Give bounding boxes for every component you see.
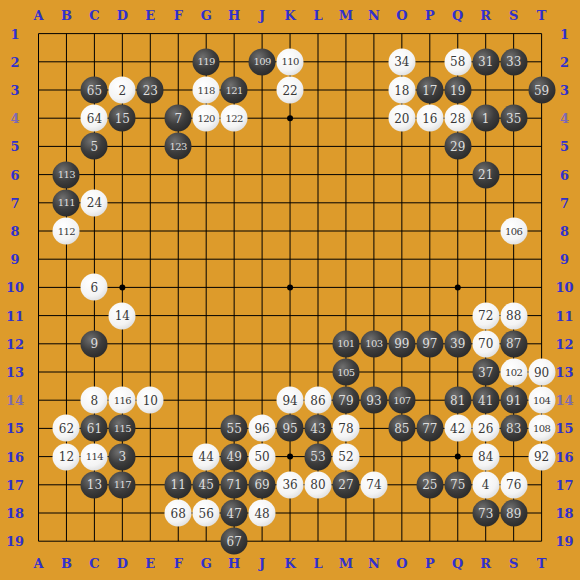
stone-white-k14: 94 [277, 387, 304, 414]
move-number: 29 [450, 140, 465, 152]
row-label-right-15: 15 [555, 421, 573, 436]
stone-white-t13: 90 [528, 359, 555, 386]
stone-white-g3: 118 [193, 77, 220, 104]
stone-black-o12: 99 [388, 330, 415, 357]
row-label-right-3: 3 [560, 83, 569, 98]
row-label-left-16: 16 [6, 449, 24, 464]
move-number: 4 [482, 479, 490, 491]
move-number: 93 [366, 394, 381, 406]
stone-black-s4: 35 [500, 105, 527, 132]
col-label-top-o: O [396, 8, 407, 23]
move-number: 89 [506, 507, 521, 519]
move-number: 14 [115, 310, 130, 322]
row-label-left-2: 2 [10, 54, 19, 69]
row-label-left-17: 17 [6, 477, 24, 492]
move-number: 90 [534, 366, 549, 378]
stone-white-l17: 80 [305, 471, 332, 498]
star-point [119, 284, 125, 290]
stone-white-t15: 108 [528, 415, 555, 442]
move-number: 47 [227, 507, 242, 519]
stone-white-s8: 106 [500, 218, 527, 245]
row-label-right-16: 16 [555, 449, 573, 464]
row-label-right-10: 10 [555, 280, 573, 295]
move-number: 48 [254, 507, 269, 519]
stone-black-f17: 11 [165, 471, 192, 498]
row-label-left-11: 11 [6, 308, 24, 323]
col-label-top-h: H [228, 8, 240, 23]
star-point [455, 284, 461, 290]
move-number: 121 [225, 85, 242, 95]
row-label-right-9: 9 [560, 252, 569, 267]
stone-white-e14: 10 [137, 387, 164, 414]
move-number: 59 [534, 84, 549, 96]
col-label-top-m: M [339, 8, 353, 23]
col-label-bottom-e: E [145, 555, 155, 570]
move-number: 52 [338, 451, 353, 463]
stone-black-j2: 109 [249, 48, 276, 75]
move-number: 64 [87, 112, 102, 124]
stone-white-j18: 48 [249, 500, 276, 527]
col-label-top-d: D [117, 8, 128, 23]
move-number: 19 [450, 84, 465, 96]
move-number: 70 [478, 338, 493, 350]
move-number: 110 [281, 57, 298, 67]
stone-black-s14: 91 [500, 387, 527, 414]
stone-black-e3: 23 [137, 77, 164, 104]
move-number: 31 [478, 56, 493, 68]
move-number: 61 [87, 422, 102, 434]
stone-black-h17: 71 [221, 471, 248, 498]
stone-white-k17: 36 [277, 471, 304, 498]
move-number: 78 [338, 422, 353, 434]
stone-white-c7: 24 [81, 189, 108, 216]
stone-black-r13: 37 [472, 359, 499, 386]
stone-black-g17: 45 [193, 471, 220, 498]
move-number: 39 [450, 338, 465, 350]
col-label-bottom-f: F [174, 555, 183, 570]
move-number: 118 [198, 85, 215, 95]
stone-black-o15: 85 [388, 415, 415, 442]
move-number: 105 [337, 367, 354, 377]
stone-white-k2: 110 [277, 48, 304, 75]
stone-black-q14: 81 [444, 387, 471, 414]
col-label-top-b: B [61, 8, 72, 23]
stone-black-q12: 39 [444, 330, 471, 357]
move-number: 1 [482, 112, 490, 124]
move-number: 11 [171, 479, 186, 491]
row-label-left-6: 6 [10, 167, 19, 182]
row-label-left-15: 15 [6, 421, 24, 436]
stone-black-p17: 25 [416, 471, 443, 498]
row-label-left-19: 19 [6, 534, 24, 549]
col-label-top-p: P [425, 8, 435, 23]
stone-black-j17: 69 [249, 471, 276, 498]
move-number: 65 [87, 84, 102, 96]
col-label-bottom-r: R [480, 555, 491, 570]
row-label-left-9: 9 [10, 252, 19, 267]
move-number: 72 [478, 310, 493, 322]
stone-white-d11: 14 [109, 302, 136, 329]
move-number: 44 [199, 451, 214, 463]
move-number: 50 [254, 451, 269, 463]
star-point [455, 454, 461, 460]
col-label-bottom-k: K [284, 555, 295, 570]
col-label-bottom-n: N [368, 555, 380, 570]
move-number: 3 [119, 451, 127, 463]
row-label-left-8: 8 [10, 224, 19, 239]
row-label-left-4: 4 [10, 111, 19, 126]
move-number: 68 [171, 507, 186, 519]
stone-black-c3: 65 [81, 77, 108, 104]
row-label-left-1: 1 [10, 26, 19, 41]
stone-black-g2: 119 [193, 48, 220, 75]
stone-black-c17: 13 [81, 471, 108, 498]
stone-black-l15: 43 [305, 415, 332, 442]
stone-black-p3: 17 [416, 77, 443, 104]
stone-black-b7: 111 [53, 189, 80, 216]
col-label-top-r: R [480, 8, 491, 23]
move-number: 43 [310, 422, 325, 434]
stone-black-h3: 121 [221, 77, 248, 104]
stone-black-h18: 47 [221, 500, 248, 527]
move-number: 113 [58, 170, 75, 180]
move-number: 116 [114, 395, 131, 405]
col-label-bottom-b: B [61, 555, 72, 570]
row-label-left-12: 12 [6, 336, 24, 351]
move-number: 22 [282, 84, 297, 96]
stone-black-t3: 59 [528, 77, 555, 104]
move-number: 7 [174, 112, 182, 124]
move-number: 104 [533, 395, 550, 405]
stone-white-p4: 16 [416, 105, 443, 132]
stone-white-r16: 84 [472, 443, 499, 470]
row-label-left-10: 10 [6, 280, 24, 295]
stone-black-d4: 15 [109, 105, 136, 132]
move-number: 33 [506, 56, 521, 68]
stone-white-r17: 4 [472, 471, 499, 498]
move-number: 35 [506, 112, 521, 124]
move-number: 109 [253, 57, 270, 67]
stone-black-q3: 19 [444, 77, 471, 104]
stone-black-q5: 29 [444, 133, 471, 160]
move-number: 62 [59, 422, 74, 434]
move-number: 117 [114, 480, 131, 490]
stone-white-o4: 20 [388, 105, 415, 132]
move-number: 10 [143, 394, 158, 406]
row-label-right-18: 18 [555, 506, 573, 521]
move-number: 13 [87, 479, 102, 491]
move-number: 17 [422, 84, 437, 96]
stone-black-m17: 27 [332, 471, 359, 498]
move-number: 95 [282, 422, 297, 434]
stone-black-d17: 117 [109, 471, 136, 498]
col-label-top-n: N [368, 8, 380, 23]
move-number: 79 [338, 394, 353, 406]
stone-black-n14: 93 [360, 387, 387, 414]
stone-black-r14: 41 [472, 387, 499, 414]
move-number: 58 [450, 56, 465, 68]
col-label-top-j: J [259, 8, 265, 23]
col-label-bottom-m: M [339, 555, 353, 570]
stone-black-r4: 1 [472, 105, 499, 132]
move-number: 45 [199, 479, 214, 491]
move-number: 77 [422, 422, 437, 434]
move-number: 85 [394, 422, 409, 434]
move-number: 23 [143, 84, 158, 96]
stone-black-c5: 5 [81, 133, 108, 160]
col-label-bottom-s: S [509, 555, 518, 570]
move-number: 20 [394, 112, 409, 124]
move-number: 28 [450, 112, 465, 124]
stone-black-h19: 67 [221, 528, 248, 555]
move-number: 75 [450, 479, 465, 491]
star-point [287, 454, 293, 460]
move-number: 24 [87, 197, 102, 209]
row-label-right-7: 7 [560, 195, 569, 210]
move-number: 122 [225, 113, 242, 123]
row-label-right-2: 2 [560, 54, 569, 69]
move-number: 123 [170, 141, 187, 151]
col-label-top-q: Q [452, 8, 463, 23]
move-number: 87 [506, 338, 521, 350]
col-label-top-a: A [33, 8, 43, 23]
move-number: 55 [227, 422, 242, 434]
stone-white-d14: 116 [109, 387, 136, 414]
move-number: 25 [422, 479, 437, 491]
stone-black-d16: 3 [109, 443, 136, 470]
row-label-right-17: 17 [555, 477, 573, 492]
stone-black-n12: 103 [360, 330, 387, 357]
row-label-right-14: 14 [555, 393, 573, 408]
col-label-bottom-t: T [537, 555, 547, 570]
stone-white-o2: 34 [388, 48, 415, 75]
move-number: 115 [114, 423, 131, 433]
move-number: 53 [310, 451, 325, 463]
move-number: 106 [505, 226, 522, 236]
move-number: 112 [58, 226, 75, 236]
col-label-bottom-g: G [201, 555, 212, 570]
move-number: 84 [478, 451, 493, 463]
move-number: 6 [91, 281, 99, 293]
stone-white-q2: 58 [444, 48, 471, 75]
stone-white-s17: 76 [500, 471, 527, 498]
move-number: 99 [394, 338, 409, 350]
stone-white-g18: 56 [193, 500, 220, 527]
stone-white-c10: 6 [81, 274, 108, 301]
col-label-top-e: E [145, 8, 155, 23]
stone-white-c16: 114 [81, 443, 108, 470]
stone-black-r2: 31 [472, 48, 499, 75]
move-number: 73 [478, 507, 493, 519]
move-number: 26 [478, 422, 493, 434]
move-number: 69 [254, 479, 269, 491]
star-point [287, 284, 293, 290]
stone-black-l16: 53 [305, 443, 332, 470]
row-label-right-19: 19 [555, 534, 573, 549]
stone-black-c15: 61 [81, 415, 108, 442]
stone-white-c14: 8 [81, 387, 108, 414]
move-number: 94 [282, 394, 297, 406]
stone-white-c4: 64 [81, 105, 108, 132]
stone-white-k3: 22 [277, 77, 304, 104]
move-number: 103 [365, 339, 382, 349]
stone-white-q4: 28 [444, 105, 471, 132]
stone-black-b6: 113 [53, 161, 80, 188]
move-number: 101 [337, 339, 354, 349]
move-number: 16 [422, 112, 437, 124]
stone-white-m15: 78 [332, 415, 359, 442]
move-number: 102 [505, 367, 522, 377]
move-number: 108 [533, 423, 550, 433]
stone-white-r11: 72 [472, 302, 499, 329]
col-label-bottom-a: A [33, 555, 43, 570]
move-number: 49 [227, 451, 242, 463]
stone-black-m14: 79 [332, 387, 359, 414]
stone-black-s15: 83 [500, 415, 527, 442]
row-label-right-12: 12 [555, 336, 573, 351]
stone-white-l14: 86 [305, 387, 332, 414]
move-number: 71 [227, 479, 242, 491]
move-number: 97 [422, 338, 437, 350]
col-label-top-t: T [537, 8, 547, 23]
move-number: 74 [366, 479, 381, 491]
stone-black-f5: 123 [165, 133, 192, 160]
move-number: 83 [506, 422, 521, 434]
move-number: 96 [254, 422, 269, 434]
stone-black-k15: 95 [277, 415, 304, 442]
stone-white-r12: 70 [472, 330, 499, 357]
move-number: 18 [394, 84, 409, 96]
row-label-left-5: 5 [10, 139, 19, 154]
stone-white-g4: 120 [193, 105, 220, 132]
move-number: 8 [91, 394, 99, 406]
stone-white-t16: 92 [528, 443, 555, 470]
move-number: 2 [119, 84, 127, 96]
stone-black-h15: 55 [221, 415, 248, 442]
move-number: 92 [534, 451, 549, 463]
col-label-bottom-l: L [313, 555, 322, 570]
row-label-right-5: 5 [560, 139, 569, 154]
col-label-bottom-h: H [228, 555, 240, 570]
stone-white-q15: 42 [444, 415, 471, 442]
stone-white-t14: 104 [528, 387, 555, 414]
row-label-right-1: 1 [560, 26, 569, 41]
col-label-top-g: G [201, 8, 212, 23]
stone-black-s18: 89 [500, 500, 527, 527]
stone-black-p15: 77 [416, 415, 443, 442]
row-label-left-13: 13 [6, 365, 24, 380]
col-label-bottom-d: D [117, 555, 128, 570]
move-number: 76 [506, 479, 521, 491]
stone-black-r18: 73 [472, 500, 499, 527]
stone-black-s12: 87 [500, 330, 527, 357]
star-point [287, 115, 293, 121]
stone-black-o14: 107 [388, 387, 415, 414]
stone-white-b16: 12 [53, 443, 80, 470]
col-label-bottom-p: P [425, 555, 435, 570]
stone-white-h4: 122 [221, 105, 248, 132]
stone-white-d3: 2 [109, 77, 136, 104]
row-label-left-14: 14 [6, 393, 24, 408]
move-number: 21 [478, 169, 493, 181]
stone-white-s11: 88 [500, 302, 527, 329]
move-number: 37 [478, 366, 493, 378]
move-number: 86 [310, 394, 325, 406]
move-number: 56 [199, 507, 214, 519]
move-number: 42 [450, 422, 465, 434]
stone-black-d15: 115 [109, 415, 136, 442]
move-number: 9 [91, 338, 99, 350]
col-label-bottom-o: O [396, 555, 407, 570]
move-number: 15 [115, 112, 130, 124]
col-label-top-l: L [313, 8, 322, 23]
move-number: 120 [198, 113, 215, 123]
move-number: 111 [58, 198, 75, 208]
row-label-right-8: 8 [560, 224, 569, 239]
stone-white-g16: 44 [193, 443, 220, 470]
col-label-top-f: F [174, 8, 183, 23]
stone-white-b15: 62 [53, 415, 80, 442]
stone-white-b8: 112 [53, 218, 80, 245]
row-label-right-6: 6 [560, 167, 569, 182]
row-label-left-3: 3 [10, 83, 19, 98]
stone-black-c12: 9 [81, 330, 108, 357]
move-number: 81 [450, 394, 465, 406]
stone-black-h16: 49 [221, 443, 248, 470]
stone-black-p12: 97 [416, 330, 443, 357]
stone-white-o3: 18 [388, 77, 415, 104]
row-label-left-18: 18 [6, 506, 24, 521]
move-number: 36 [282, 479, 297, 491]
col-label-top-s: S [509, 8, 518, 23]
move-number: 91 [506, 394, 521, 406]
stone-white-n17: 74 [360, 471, 387, 498]
col-label-top-c: C [89, 8, 99, 23]
stone-white-r15: 26 [472, 415, 499, 442]
stone-black-q17: 75 [444, 471, 471, 498]
move-number: 41 [478, 394, 493, 406]
move-number: 27 [338, 479, 353, 491]
move-number: 88 [506, 310, 521, 322]
stone-white-j15: 96 [249, 415, 276, 442]
col-label-bottom-j: J [259, 555, 265, 570]
col-label-bottom-c: C [89, 555, 99, 570]
move-number: 114 [86, 452, 103, 462]
stone-black-s2: 33 [500, 48, 527, 75]
go-board[interactable]: AABBCCDDEEFFGGHHJJKKLLMMNNOOPPQQRRSSTT11… [0, 0, 580, 580]
stone-black-r6: 21 [472, 161, 499, 188]
row-label-left-7: 7 [10, 195, 19, 210]
stone-white-f18: 68 [165, 500, 192, 527]
move-number: 5 [91, 140, 99, 152]
move-number: 107 [393, 395, 410, 405]
stone-black-m12: 101 [332, 330, 359, 357]
move-number: 12 [59, 451, 74, 463]
stone-white-s13: 102 [500, 359, 527, 386]
stone-black-f4: 7 [165, 105, 192, 132]
move-number: 67 [227, 535, 242, 547]
col-label-bottom-q: Q [452, 555, 463, 570]
col-label-top-k: K [284, 8, 295, 23]
row-label-right-4: 4 [560, 111, 569, 126]
move-number: 34 [394, 56, 409, 68]
stone-white-m16: 52 [332, 443, 359, 470]
row-label-right-13: 13 [555, 365, 573, 380]
move-number: 80 [310, 479, 325, 491]
stone-black-m13: 105 [332, 359, 359, 386]
row-label-right-11: 11 [555, 308, 573, 323]
move-number: 119 [198, 57, 215, 67]
